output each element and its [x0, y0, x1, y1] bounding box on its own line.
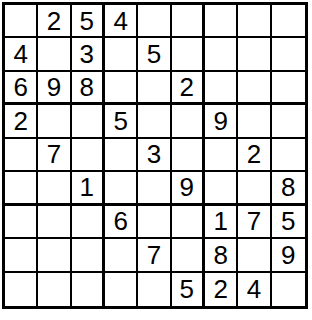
cell-r1c9[interactable]: [272, 5, 305, 38]
cell-r1c8[interactable]: [238, 5, 271, 38]
cell-r7c6[interactable]: [172, 206, 205, 239]
cell-r2c3[interactable]: 3: [72, 38, 105, 71]
cell-r8c1[interactable]: [5, 239, 38, 272]
cell-r2c2[interactable]: [38, 38, 71, 71]
cell-r5c2[interactable]: 7: [38, 139, 71, 172]
cell-r3c9[interactable]: [272, 72, 305, 105]
cell-r6c9[interactable]: 8: [272, 172, 305, 205]
cell-r1c3[interactable]: 5: [72, 5, 105, 38]
cell-r5c5[interactable]: 3: [138, 139, 171, 172]
cell-r4c4[interactable]: 5: [105, 105, 138, 138]
cell-r6c3[interactable]: 1: [72, 172, 105, 205]
cell-r3c8[interactable]: [238, 72, 271, 105]
cell-r2c7[interactable]: [205, 38, 238, 71]
cell-r7c3[interactable]: [72, 206, 105, 239]
cell-r9c9[interactable]: [272, 273, 305, 306]
cell-r3c1[interactable]: 6: [5, 72, 38, 105]
cell-r4c6[interactable]: [172, 105, 205, 138]
cell-r6c5[interactable]: [138, 172, 171, 205]
cell-r4c7[interactable]: 9: [205, 105, 238, 138]
cell-r4c3[interactable]: [72, 105, 105, 138]
cell-r2c5[interactable]: 5: [138, 38, 171, 71]
cell-r1c4[interactable]: 4: [105, 5, 138, 38]
cell-r1c1[interactable]: [5, 5, 38, 38]
cell-r7c8[interactable]: 7: [238, 206, 271, 239]
cell-r2c4[interactable]: [105, 38, 138, 71]
cell-r8c2[interactable]: [38, 239, 71, 272]
cell-r6c7[interactable]: [205, 172, 238, 205]
cell-r8c6[interactable]: [172, 239, 205, 272]
cell-r3c7[interactable]: [205, 72, 238, 105]
cell-r3c5[interactable]: [138, 72, 171, 105]
cell-r3c4[interactable]: [105, 72, 138, 105]
cell-r2c9[interactable]: [272, 38, 305, 71]
cell-r5c4[interactable]: [105, 139, 138, 172]
cell-r8c5[interactable]: 7: [138, 239, 171, 272]
cell-r8c3[interactable]: [72, 239, 105, 272]
cell-r1c5[interactable]: [138, 5, 171, 38]
cell-r6c8[interactable]: [238, 172, 271, 205]
cell-r8c9[interactable]: 9: [272, 239, 305, 272]
cell-r9c6[interactable]: 5: [172, 273, 205, 306]
cell-r8c8[interactable]: [238, 239, 271, 272]
cell-r3c6[interactable]: 2: [172, 72, 205, 105]
cell-r6c2[interactable]: [38, 172, 71, 205]
cell-r9c2[interactable]: [38, 273, 71, 306]
cell-r2c8[interactable]: [238, 38, 271, 71]
cell-r6c1[interactable]: [5, 172, 38, 205]
cell-r1c2[interactable]: 2: [38, 5, 71, 38]
cell-r3c3[interactable]: 8: [72, 72, 105, 105]
cell-r9c3[interactable]: [72, 273, 105, 306]
cell-r6c6[interactable]: 9: [172, 172, 205, 205]
cell-r7c4[interactable]: 6: [105, 206, 138, 239]
cell-r7c5[interactable]: [138, 206, 171, 239]
cell-r4c1[interactable]: 2: [5, 105, 38, 138]
cell-r5c1[interactable]: [5, 139, 38, 172]
cell-r2c6[interactable]: [172, 38, 205, 71]
cell-r7c1[interactable]: [5, 206, 38, 239]
cell-r1c6[interactable]: [172, 5, 205, 38]
cell-r6c4[interactable]: [105, 172, 138, 205]
cell-r5c7[interactable]: [205, 139, 238, 172]
cell-r7c9[interactable]: 5: [272, 206, 305, 239]
cell-r8c7[interactable]: 8: [205, 239, 238, 272]
cell-r5c3[interactable]: [72, 139, 105, 172]
cell-r9c5[interactable]: [138, 273, 171, 306]
cell-r4c2[interactable]: [38, 105, 71, 138]
cell-r4c8[interactable]: [238, 105, 271, 138]
cell-r8c4[interactable]: [105, 239, 138, 272]
cell-r9c8[interactable]: 4: [238, 273, 271, 306]
cell-r7c2[interactable]: [38, 206, 71, 239]
cell-r9c1[interactable]: [5, 273, 38, 306]
cell-r2c1[interactable]: 4: [5, 38, 38, 71]
cell-r5c6[interactable]: [172, 139, 205, 172]
cell-r9c4[interactable]: [105, 273, 138, 306]
cell-r7c7[interactable]: 1: [205, 206, 238, 239]
cell-r4c5[interactable]: [138, 105, 171, 138]
cell-r4c9[interactable]: [272, 105, 305, 138]
cell-r9c7[interactable]: 2: [205, 273, 238, 306]
cell-r3c2[interactable]: 9: [38, 72, 71, 105]
cell-r5c8[interactable]: 2: [238, 139, 271, 172]
cell-r1c7[interactable]: [205, 5, 238, 38]
cell-r5c9[interactable]: [272, 139, 305, 172]
sudoku-board: 25443569822597321986175789524: [2, 2, 308, 309]
